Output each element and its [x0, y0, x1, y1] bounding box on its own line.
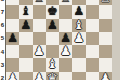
- square-e6[interactable]: [59, 19, 72, 32]
- square-e4[interactable]: ♟: [59, 45, 72, 58]
- square-g5[interactable]: [86, 32, 99, 45]
- square-g2[interactable]: [86, 72, 99, 81]
- square-b4[interactable]: [19, 45, 32, 58]
- square-f3[interactable]: [72, 58, 85, 71]
- square-f7[interactable]: ♟: [72, 5, 85, 18]
- white-pawn-icon: ♟: [100, 72, 111, 80]
- black-pawn-icon: ♟: [60, 32, 71, 45]
- square-c2[interactable]: ♟: [33, 72, 46, 81]
- rank-label-6: 6: [0, 22, 5, 28]
- square-c7[interactable]: [33, 5, 46, 18]
- white-bishop-icon: ♝: [47, 58, 58, 71]
- rank-label-7: 7: [0, 9, 5, 15]
- square-h7[interactable]: [99, 5, 112, 18]
- rank-label-2: 2: [0, 75, 5, 80]
- black-pawn-icon: ♟: [47, 19, 58, 32]
- square-h6[interactable]: [99, 19, 112, 32]
- white-pawn-icon: ♟: [34, 72, 45, 80]
- square-a2[interactable]: ♟: [6, 72, 19, 81]
- white-pawn-icon: ♟: [34, 45, 45, 58]
- square-a4[interactable]: [6, 45, 19, 58]
- square-b7[interactable]: ♝: [19, 5, 32, 18]
- white-queen-icon: ♛: [47, 72, 58, 80]
- square-b6[interactable]: ♟: [19, 19, 32, 32]
- black-king-icon: ♚: [47, 5, 58, 18]
- square-h5[interactable]: [99, 32, 112, 45]
- square-g4[interactable]: [86, 45, 99, 58]
- square-b3[interactable]: [19, 58, 32, 71]
- square-c3[interactable]: [33, 58, 46, 71]
- white-pawn-icon: ♟: [60, 45, 71, 58]
- square-a3[interactable]: [6, 58, 19, 71]
- white-pawn-icon: ♟: [7, 72, 18, 80]
- square-e2[interactable]: [59, 72, 72, 81]
- square-b2[interactable]: [19, 72, 32, 81]
- board-right-margin: [112, 0, 120, 80]
- chess-diagram: ♜♜♜♝♚♟♟♟♝♟♟♟♟♟♝♟♟♛♟ 87654321: [0, 0, 120, 80]
- rank-label-8: 8: [0, 0, 5, 2]
- square-d5[interactable]: [46, 32, 59, 45]
- square-g3[interactable]: [86, 58, 99, 71]
- square-d6[interactable]: ♟: [46, 19, 59, 32]
- square-a5[interactable]: ♟: [6, 32, 19, 45]
- square-f5[interactable]: ♟: [72, 32, 85, 45]
- white-bishop-icon: ♝: [73, 19, 84, 32]
- square-g6[interactable]: [86, 19, 99, 32]
- square-f2[interactable]: [72, 72, 85, 81]
- black-pawn-icon: ♟: [73, 5, 84, 18]
- rank-label-strip: 87654321: [0, 0, 5, 80]
- square-a7[interactable]: [6, 5, 19, 18]
- square-h4[interactable]: [99, 45, 112, 58]
- square-e3[interactable]: [59, 58, 72, 71]
- square-b5[interactable]: [19, 32, 32, 45]
- rank-label-5: 5: [0, 35, 5, 41]
- white-pawn-icon: ♟: [73, 32, 84, 45]
- square-e7[interactable]: [59, 5, 72, 18]
- square-d4[interactable]: [46, 45, 59, 58]
- rank-label-4: 4: [0, 49, 5, 55]
- rank-label-3: 3: [0, 62, 5, 68]
- square-e5[interactable]: ♟: [59, 32, 72, 45]
- square-h3[interactable]: [99, 58, 112, 71]
- square-g7[interactable]: [86, 5, 99, 18]
- square-d7[interactable]: ♚: [46, 5, 59, 18]
- square-c5[interactable]: [33, 32, 46, 45]
- black-bishop-icon: ♝: [20, 5, 31, 18]
- square-c6[interactable]: [33, 19, 46, 32]
- black-pawn-icon: ♟: [20, 19, 31, 32]
- square-f4[interactable]: [72, 45, 85, 58]
- chess-board: ♜♜♜♝♚♟♟♟♝♟♟♟♟♟♝♟♟♛♟: [5, 0, 113, 80]
- square-h2[interactable]: ♟: [99, 72, 112, 81]
- square-d2[interactable]: ♛: [46, 72, 59, 81]
- square-f6[interactable]: ♝: [72, 19, 85, 32]
- square-a6[interactable]: [6, 19, 19, 32]
- square-d3[interactable]: ♝: [46, 58, 59, 71]
- square-c4[interactable]: ♟: [33, 45, 46, 58]
- black-pawn-icon: ♟: [7, 32, 18, 45]
